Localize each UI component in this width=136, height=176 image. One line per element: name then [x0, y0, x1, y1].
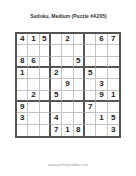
cell-r8c6[interactable]: [74, 113, 85, 124]
cell-r4c1[interactable]: 1: [17, 68, 28, 79]
cell-r8c8[interactable]: 1: [96, 113, 107, 124]
cell-r2c3[interactable]: [40, 45, 51, 56]
cell-r2c8[interactable]: [96, 45, 107, 56]
cell-r1c4[interactable]: [51, 34, 62, 45]
sudoku-board: 4152678651259325919734157183: [15, 32, 121, 138]
cell-r2c5[interactable]: [62, 45, 73, 56]
cell-r5c2[interactable]: [28, 79, 39, 90]
cell-r8c4[interactable]: 4: [51, 113, 62, 124]
cell-r6c4[interactable]: 5: [51, 91, 62, 102]
cell-r8c9[interactable]: 5: [108, 113, 119, 124]
cell-r7c6[interactable]: [74, 102, 85, 113]
cell-r2c4[interactable]: [51, 45, 62, 56]
cell-r1c9[interactable]: 7: [108, 34, 119, 45]
cell-r8c2[interactable]: [28, 113, 39, 124]
cell-r5c6[interactable]: [74, 79, 85, 90]
cell-r7c9[interactable]: [108, 102, 119, 113]
cell-r3c9[interactable]: [108, 57, 119, 68]
cell-r9c4[interactable]: 7: [51, 125, 62, 136]
cell-r4c3[interactable]: [40, 68, 51, 79]
cell-r2c9[interactable]: [108, 45, 119, 56]
cell-r6c8[interactable]: 9: [96, 91, 107, 102]
cell-r7c2[interactable]: [28, 102, 39, 113]
cell-r5c5[interactable]: 9: [62, 79, 73, 90]
cell-r9c7[interactable]: [85, 125, 96, 136]
cell-r4c7[interactable]: 5: [85, 68, 96, 79]
cell-r3c6[interactable]: 5: [74, 57, 85, 68]
footer: www.printmysudoku.com: [0, 158, 136, 170]
cell-r7c1[interactable]: 9: [17, 102, 28, 113]
cell-r1c8[interactable]: 6: [96, 34, 107, 45]
cell-r3c5[interactable]: [62, 57, 73, 68]
cell-r7c4[interactable]: [51, 102, 62, 113]
cell-r2c6[interactable]: [74, 45, 85, 56]
cell-r1c2[interactable]: 1: [28, 34, 39, 45]
cell-r4c6[interactable]: [74, 68, 85, 79]
cell-r1c1[interactable]: 4: [17, 34, 28, 45]
cell-r2c7[interactable]: [85, 45, 96, 56]
cell-r2c1[interactable]: [17, 45, 28, 56]
cell-r6c3[interactable]: [40, 91, 51, 102]
cell-r7c5[interactable]: [62, 102, 73, 113]
page-title: Sudoku, Medium (Puzzle #A205): [0, 8, 136, 24]
cell-r7c8[interactable]: [96, 102, 107, 113]
cell-r6c7[interactable]: [85, 91, 96, 102]
cell-r4c8[interactable]: [96, 68, 107, 79]
cell-r4c2[interactable]: [28, 68, 39, 79]
footer-url-text: www.printmysudoku.com: [48, 162, 88, 166]
cell-r6c1[interactable]: [17, 91, 28, 102]
cell-r5c1[interactable]: [17, 79, 28, 90]
cell-r7c7[interactable]: 7: [85, 102, 96, 113]
cell-r9c3[interactable]: [40, 125, 51, 136]
cell-r7c3[interactable]: [40, 102, 51, 113]
cell-r5c9[interactable]: [108, 79, 119, 90]
cell-r6c2[interactable]: 2: [28, 91, 39, 102]
cell-r4c9[interactable]: [108, 68, 119, 79]
cell-r8c3[interactable]: [40, 113, 51, 124]
cell-r1c6[interactable]: [74, 34, 85, 45]
cell-r9c2[interactable]: [28, 125, 39, 136]
cell-r1c3[interactable]: 5: [40, 34, 51, 45]
cell-r8c1[interactable]: 3: [17, 113, 28, 124]
cell-r3c7[interactable]: [85, 57, 96, 68]
cell-r3c4[interactable]: [51, 57, 62, 68]
cell-r9c5[interactable]: 1: [62, 125, 73, 136]
cell-r9c6[interactable]: 8: [74, 125, 85, 136]
cell-r8c7[interactable]: [85, 113, 96, 124]
cell-r6c9[interactable]: 1: [108, 91, 119, 102]
cell-r3c8[interactable]: [96, 57, 107, 68]
cell-r1c5[interactable]: 2: [62, 34, 73, 45]
cell-r9c1[interactable]: [17, 125, 28, 136]
cell-r4c5[interactable]: [62, 68, 73, 79]
cell-r9c8[interactable]: [96, 125, 107, 136]
cell-r5c4[interactable]: [51, 79, 62, 90]
cell-r1c7[interactable]: [85, 34, 96, 45]
cell-r6c5[interactable]: [62, 91, 73, 102]
cell-r3c3[interactable]: [40, 57, 51, 68]
cell-r3c2[interactable]: 6: [28, 57, 39, 68]
cell-r4c4[interactable]: 2: [51, 68, 62, 79]
cell-r5c8[interactable]: 3: [96, 79, 107, 90]
cell-r6c6[interactable]: [74, 91, 85, 102]
cell-r9c9[interactable]: 3: [108, 125, 119, 136]
cell-r5c7[interactable]: [85, 79, 96, 90]
cell-r5c3[interactable]: [40, 79, 51, 90]
cell-r8c5[interactable]: [62, 113, 73, 124]
page-title-text: Sudoku, Medium (Puzzle #A205): [30, 13, 106, 19]
cell-r2c2[interactable]: [28, 45, 39, 56]
cell-r3c1[interactable]: 8: [17, 57, 28, 68]
sudoku-page: Sudoku, Medium (Puzzle #A205) 4152678651…: [0, 0, 136, 176]
